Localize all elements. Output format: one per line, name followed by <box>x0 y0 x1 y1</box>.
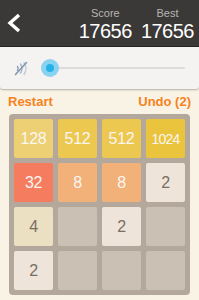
app-root: Score 17656 Best 17656 Restart Undo (2 <box>0 0 199 300</box>
volume-slider[interactable] <box>41 58 185 78</box>
tile-8: 8 <box>102 163 141 202</box>
tile-8: 8 <box>58 163 97 202</box>
score-label: Score <box>91 7 120 20</box>
tile-512: 512 <box>58 119 97 158</box>
best-block: Best 17656 <box>141 7 194 42</box>
empty-cell <box>58 251 97 290</box>
best-value: 17656 <box>141 20 194 42</box>
undo-button[interactable]: Undo (2) <box>138 91 191 113</box>
slider-thumb[interactable] <box>41 59 59 77</box>
empty-cell <box>146 207 185 246</box>
game-controls-row: Restart Undo (2) <box>0 91 199 113</box>
empty-cell <box>102 251 141 290</box>
tile-2: 2 <box>102 207 141 246</box>
top-bar: Score 17656 Best 17656 <box>0 0 199 47</box>
board-grid[interactable]: 128512512102432882422 <box>9 114 190 295</box>
tile-2: 2 <box>146 163 185 202</box>
score-value: 17656 <box>79 20 132 42</box>
sound-waves-muted-glyph <box>13 60 30 77</box>
score-panel: Score 17656 Best 17656 <box>79 4 194 42</box>
restart-button[interactable]: Restart <box>8 91 53 113</box>
best-label: Best <box>156 7 178 20</box>
tile-2: 2 <box>14 251 53 290</box>
tile-4: 4 <box>14 207 53 246</box>
sound-muted-icon[interactable] <box>11 58 31 78</box>
tile-512: 512 <box>102 119 141 158</box>
tile-32: 32 <box>14 163 53 202</box>
empty-cell <box>58 207 97 246</box>
score-block: Score 17656 <box>79 7 132 42</box>
sound-card <box>0 47 199 89</box>
back-chevron-icon <box>6 13 22 33</box>
back-button[interactable] <box>6 5 32 41</box>
empty-cell <box>146 251 185 290</box>
tile-1024: 1024 <box>146 119 185 158</box>
slider-track[interactable] <box>41 67 185 69</box>
tile-128: 128 <box>14 119 53 158</box>
